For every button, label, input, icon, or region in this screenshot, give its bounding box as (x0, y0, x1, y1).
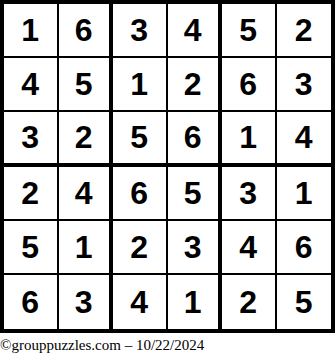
cell-r6c2[interactable]: 3 (59, 275, 114, 329)
cell-r5c5[interactable]: 4 (222, 221, 277, 275)
cell-r3c4[interactable]: 6 (168, 112, 223, 166)
cell-r2c2[interactable]: 5 (59, 58, 114, 112)
cell-r1c5[interactable]: 5 (222, 4, 277, 58)
cell-r6c6[interactable]: 5 (277, 275, 332, 329)
cell-r2c4[interactable]: 2 (168, 58, 223, 112)
cell-r2c5[interactable]: 6 (222, 58, 277, 112)
cell-r1c3[interactable]: 3 (113, 4, 168, 58)
cell-r3c3[interactable]: 5 (113, 112, 168, 166)
cell-r5c4[interactable]: 3 (168, 221, 223, 275)
cell-r6c3[interactable]: 4 (113, 275, 168, 329)
cell-r1c2[interactable]: 6 (59, 4, 114, 58)
cell-r6c1[interactable]: 6 (4, 275, 59, 329)
cell-r2c3[interactable]: 1 (113, 58, 168, 112)
cell-r5c3[interactable]: 2 (113, 221, 168, 275)
sudoku-board: 163452451263325614246531512346634125 (0, 0, 335, 333)
cell-r6c5[interactable]: 2 (222, 275, 277, 329)
cell-r5c1[interactable]: 5 (4, 221, 59, 275)
cell-r6c4[interactable]: 1 (168, 275, 223, 329)
cell-r4c4[interactable]: 5 (168, 167, 223, 221)
cell-r2c1[interactable]: 4 (4, 58, 59, 112)
cell-r3c5[interactable]: 1 (222, 112, 277, 166)
cell-r3c1[interactable]: 3 (4, 112, 59, 166)
cell-r4c3[interactable]: 6 (113, 167, 168, 221)
cell-r4c5[interactable]: 3 (222, 167, 277, 221)
cell-r3c2[interactable]: 2 (59, 112, 114, 166)
cell-r5c2[interactable]: 1 (59, 221, 114, 275)
cell-r1c6[interactable]: 2 (277, 4, 332, 58)
cell-r1c4[interactable]: 4 (168, 4, 223, 58)
cell-r3c6[interactable]: 4 (277, 112, 332, 166)
cell-r4c2[interactable]: 4 (59, 167, 114, 221)
copyright-credit: ©grouppuzzles.com – 10/22/2024 (0, 337, 204, 354)
cell-r1c1[interactable]: 1 (4, 4, 59, 58)
cell-r4c1[interactable]: 2 (4, 167, 59, 221)
cell-r4c6[interactable]: 1 (277, 167, 332, 221)
cell-r2c6[interactable]: 3 (277, 58, 332, 112)
cell-r5c6[interactable]: 6 (277, 221, 332, 275)
